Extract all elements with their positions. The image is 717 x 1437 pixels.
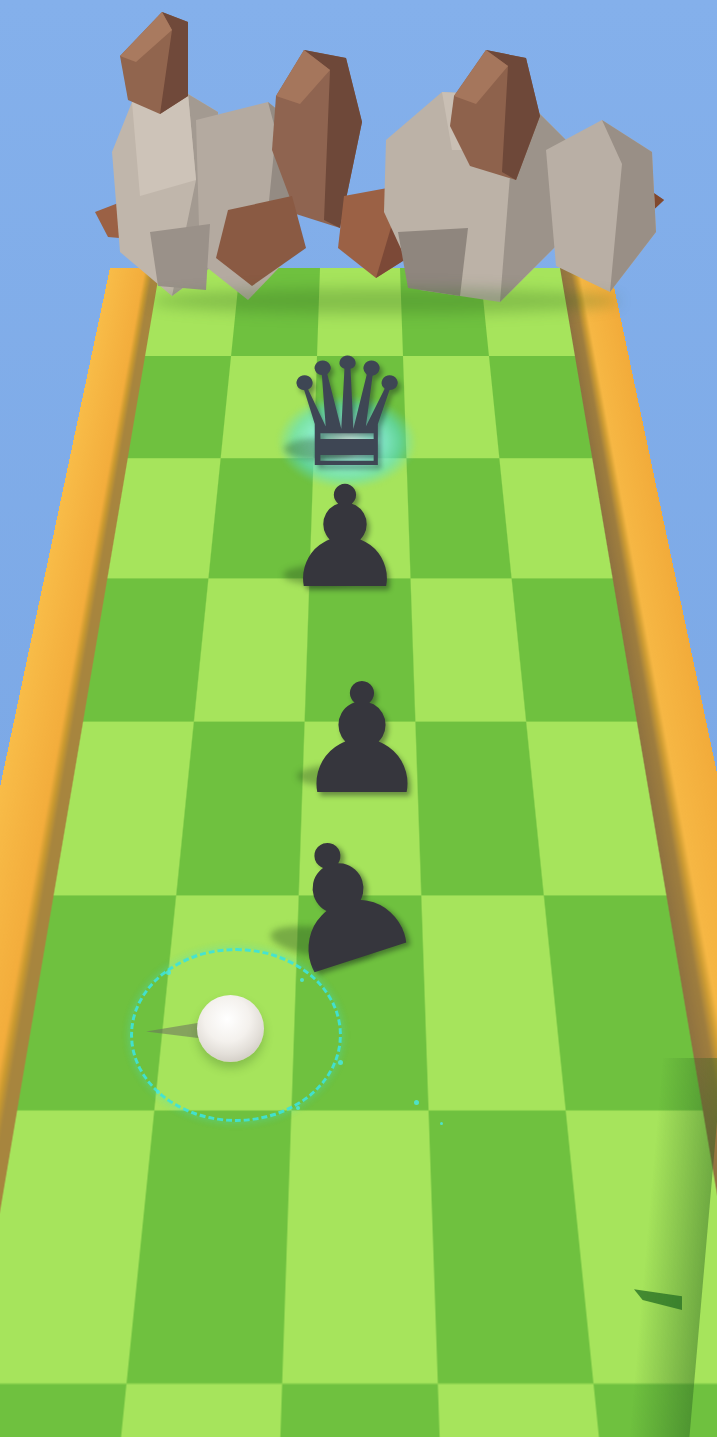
- board-cell: [0, 1384, 127, 1437]
- board-cell: [489, 356, 592, 458]
- player-ball[interactable]: [197, 995, 264, 1062]
- black-pawn-far: ♟: [245, 468, 445, 608]
- rock-formation: [0, 0, 717, 320]
- rock-ground-shadow: [150, 288, 620, 314]
- spark-particle: [156, 1090, 160, 1094]
- game-screen: { "game": "Chess golf lane — hyper-casua…: [0, 0, 717, 1437]
- spark-particle: [296, 1106, 300, 1110]
- board-cell: [429, 1110, 594, 1383]
- spark-particle: [166, 970, 171, 975]
- board-cell: [282, 1110, 438, 1383]
- black-pawn-middle: ♟: [262, 664, 462, 816]
- spark-particle: [338, 1060, 343, 1065]
- board-cell: [107, 458, 220, 578]
- spark-particle: [414, 1100, 419, 1105]
- spark-particle: [440, 1122, 443, 1125]
- board-cell: [127, 1110, 292, 1383]
- spark-particle: [300, 978, 304, 982]
- board-cell: [270, 1384, 450, 1437]
- board-cell: [128, 356, 231, 458]
